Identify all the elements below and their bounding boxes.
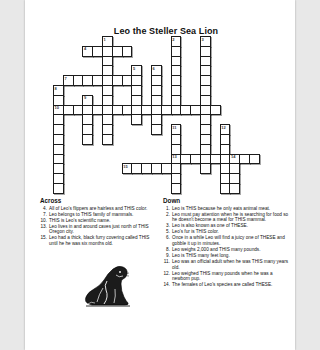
clue-number: 6. <box>163 235 172 246</box>
clue-item: 15.Leo had a thick, black furry covering… <box>40 235 158 246</box>
clue-text: All of Leo's flippers are hairless and T… <box>49 206 158 211</box>
clue-number: 1. <box>163 206 172 211</box>
clue-number: 15. <box>40 235 49 246</box>
down-section: Down 1.Leo is THIS because he only eats … <box>163 197 291 289</box>
grid-cell[interactable] <box>200 163 211 174</box>
worksheet-page: Leo the Steller Sea Lion 123456789101112… <box>25 0 295 350</box>
cell-number: 2 <box>172 37 174 42</box>
clue-item: 1.Leo is THIS because he only eats anima… <box>163 206 291 211</box>
clue-item: 5.Leo's fur is THIS color. <box>163 229 291 234</box>
cell-number: 7 <box>64 76 66 81</box>
cell-number: 11 <box>172 125 176 130</box>
clue-number: 4. <box>40 206 49 211</box>
clue-text: Leo weighed THIS many pounds when he was… <box>172 271 291 282</box>
clue-number: 11. <box>163 259 172 270</box>
clue-number: 7. <box>40 212 49 217</box>
clue-item: 8.Leo weighs 2,000 and THIS many pounds. <box>163 247 291 252</box>
down-header: Down <box>163 197 291 204</box>
clue-text: Leo is THIS many feet long. <box>172 253 291 258</box>
across-header: Across <box>40 197 158 204</box>
clue-number: 5. <box>163 229 172 234</box>
sea-lion-illustration <box>80 263 134 308</box>
clue-text: The females of Leo's species are called … <box>172 282 291 287</box>
across-clue-list: 4.All of Leo's flippers are hairless and… <box>40 206 158 247</box>
clue-text: THIS is Leo's scientific name. <box>49 218 158 223</box>
clue-text: Leo had a thick, black furry covering ca… <box>49 235 158 246</box>
grid-cell[interactable] <box>131 114 142 125</box>
clue-text: Leo's fur is THIS color. <box>172 229 291 234</box>
cell-number: 4 <box>84 46 86 51</box>
cell-number: 5 <box>133 66 135 71</box>
cell-number: 12 <box>221 125 225 130</box>
clue-item: 6.Once in a while Leo will find a juicy … <box>163 235 291 246</box>
grid-cell[interactable] <box>249 154 260 165</box>
clue-number: 3. <box>163 223 172 228</box>
grid-cell[interactable] <box>210 105 221 116</box>
clue-item: 11.Leo was an official adult when he was… <box>163 259 291 270</box>
clue-item: 13.Leo lives in and around caves just no… <box>40 224 158 235</box>
clue-item: 12.Leo weighed THIS many pounds when he … <box>163 271 291 282</box>
cell-number: 13 <box>172 154 176 159</box>
crossword-grid: 123456789101112131415 <box>53 36 259 193</box>
clue-text: Leo belongs to THIS family of mammals. <box>49 212 158 217</box>
cell-number: 8 <box>55 86 57 91</box>
clue-item: 10.THIS is Leo's scientific name. <box>40 218 158 223</box>
clue-number: 14. <box>163 282 172 287</box>
clue-text: Leo lives in and around caves just north… <box>49 224 158 235</box>
cell-number: 15 <box>123 164 127 169</box>
clue-text: Leo is also known as one of THESE. <box>172 223 291 228</box>
cell-number: 9 <box>84 95 86 100</box>
clue-text: Leo weighs 2,000 and THIS many pounds. <box>172 247 291 252</box>
down-clue-list: 1.Leo is THIS because he only eats anima… <box>163 206 291 288</box>
grid-cell[interactable] <box>171 183 182 194</box>
puzzle-title: Leo the Steller Sea Lion <box>25 26 295 36</box>
grid-cell[interactable] <box>151 124 162 135</box>
cell-number: 6 <box>153 66 155 71</box>
clue-number: 10. <box>40 218 49 223</box>
clue-number: 2. <box>163 212 172 223</box>
grid-cell[interactable] <box>82 134 93 145</box>
clue-number: 8. <box>163 247 172 252</box>
grid-cell[interactable] <box>122 46 133 57</box>
cell-number: 3 <box>202 37 204 42</box>
clue-item: 3.Leo is also known as one of THESE. <box>163 223 291 228</box>
cell-number: 14 <box>231 154 235 159</box>
grid-cell[interactable] <box>53 183 64 194</box>
clue-number: 9. <box>163 253 172 258</box>
clue-text: Leo is THIS because he only eats animal … <box>172 206 291 211</box>
clue-text: Leo was an official adult when he was TH… <box>172 259 291 270</box>
clue-item: 7.Leo belongs to THIS family of mammals. <box>40 212 158 217</box>
clue-item: 4.All of Leo's flippers are hairless and… <box>40 206 158 211</box>
grid-cell[interactable] <box>229 183 240 194</box>
across-section: Across 4.All of Leo's flippers are hairl… <box>40 197 158 247</box>
clue-number: 13. <box>40 224 49 235</box>
clue-item: 14.The females of Leo's species are call… <box>163 282 291 287</box>
clue-number: 12. <box>163 271 172 282</box>
clue-item: 9.Leo is THIS many feet long. <box>163 253 291 258</box>
cell-number: 10 <box>55 105 59 110</box>
grid-cell[interactable] <box>102 134 113 145</box>
cell-number: 1 <box>104 37 106 42</box>
clue-text: Leo must pay attention when he is search… <box>172 212 291 223</box>
clue-item: 2.Leo must pay attention when he is sear… <box>163 212 291 223</box>
clue-text: Once in a while Leo will find a juicy on… <box>172 235 291 246</box>
